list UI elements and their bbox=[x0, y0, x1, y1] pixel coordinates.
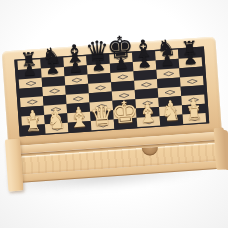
square-motif bbox=[51, 126, 62, 131]
square-motif bbox=[94, 85, 105, 90]
square-motif bbox=[185, 60, 196, 65]
square-motif bbox=[97, 123, 108, 128]
square-motif bbox=[24, 62, 35, 67]
square-d1: ♛ bbox=[91, 119, 115, 130]
square-motif bbox=[50, 107, 61, 112]
square-motif bbox=[47, 70, 58, 75]
square-motif bbox=[139, 64, 150, 69]
square-motif bbox=[140, 82, 151, 87]
square-g1: ♞ bbox=[160, 115, 184, 126]
square-motif bbox=[71, 78, 82, 83]
square-motif bbox=[118, 93, 129, 98]
square-motif bbox=[164, 90, 175, 95]
piece-black-bishop: ♝ bbox=[132, 36, 155, 61]
product-photo: ♜♞♝♛♚♝♞♜♟♟♟♟♟♟♟♟♟♟♟♟♟♟♟♟♜♞♝♛♚♝♞♜ bbox=[0, 0, 228, 228]
box-top-frame: ♜♞♝♛♚♝♞♜♟♟♟♟♟♟♟♟♟♟♟♟♟♟♟♟♜♞♝♛♚♝♞♜ bbox=[2, 37, 222, 147]
square-motif bbox=[119, 112, 130, 117]
square-motif bbox=[143, 119, 154, 124]
square-motif bbox=[189, 116, 200, 121]
square-f1: ♝ bbox=[137, 116, 161, 127]
square-motif bbox=[115, 56, 126, 61]
square-motif bbox=[187, 98, 198, 103]
piece-black-queen: ♛ bbox=[84, 36, 110, 65]
square-a1: ♜ bbox=[22, 124, 46, 135]
square-motif bbox=[186, 79, 197, 84]
square-motif bbox=[73, 115, 84, 120]
square-motif bbox=[96, 104, 107, 109]
square-b1: ♞ bbox=[45, 123, 69, 134]
drawer-notch-handle bbox=[141, 147, 158, 156]
square-motif bbox=[25, 81, 36, 86]
square-e1: ♚ bbox=[114, 118, 138, 129]
board-perspective-wrap: ♜♞♝♛♚♝♞♜♟♟♟♟♟♟♟♟♟♟♟♟♟♟♟♟♜♞♝♛♚♝♞♜ bbox=[14, 47, 209, 137]
square-motif bbox=[48, 89, 59, 94]
square-motif bbox=[163, 71, 174, 76]
square-motif bbox=[27, 118, 38, 123]
square-motif bbox=[161, 53, 172, 58]
chess-set-box: ♜♞♝♛♚♝♞♜♟♟♟♟♟♟♟♟♟♟♟♟♟♟♟♟♜♞♝♛♚♝♞♜ bbox=[2, 37, 225, 184]
square-motif bbox=[142, 101, 153, 106]
square-motif bbox=[165, 108, 176, 113]
square-motif bbox=[69, 59, 80, 64]
square-motif bbox=[117, 75, 128, 80]
square-motif bbox=[26, 100, 37, 105]
square-h1: ♜ bbox=[183, 113, 207, 124]
square-motif bbox=[72, 96, 83, 101]
piece-black-rook: ♜ bbox=[180, 38, 198, 58]
square-motif bbox=[93, 67, 104, 72]
square-c1: ♝ bbox=[68, 121, 92, 132]
piece-black-knight: ♞ bbox=[41, 45, 62, 68]
chess-board: ♜♞♝♛♚♝♞♜♟♟♟♟♟♟♟♟♟♟♟♟♟♟♟♟♜♞♝♛♚♝♞♜ bbox=[14, 47, 209, 137]
